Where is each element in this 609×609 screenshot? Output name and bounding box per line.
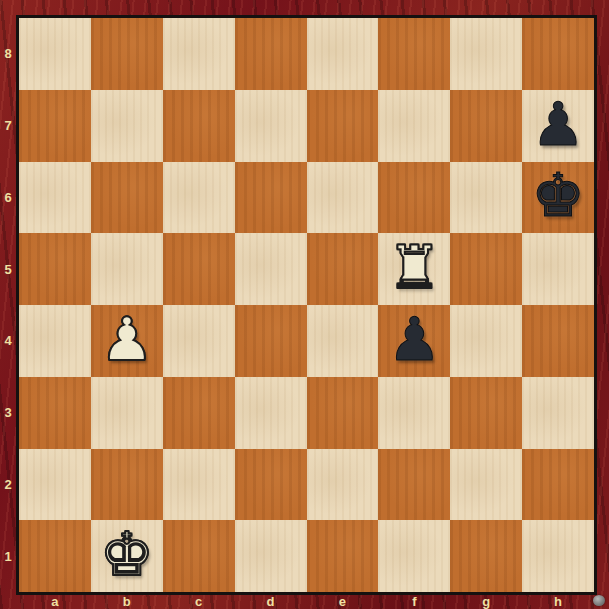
file-label-f: f — [378, 593, 450, 609]
square-c6[interactable] — [163, 162, 235, 234]
rank-label-8: 8 — [0, 18, 16, 90]
file-label-h: h — [522, 593, 594, 609]
rank-labels: 87654321 — [0, 18, 16, 592]
square-b2[interactable] — [91, 449, 163, 521]
square-h8[interactable] — [522, 18, 594, 90]
square-g8[interactable] — [450, 18, 522, 90]
rank-label-1: 1 — [0, 520, 16, 592]
square-d2[interactable] — [235, 449, 307, 521]
rank-label-4: 4 — [0, 305, 16, 377]
square-e1[interactable] — [307, 520, 379, 592]
file-label-c: c — [163, 593, 235, 609]
square-e5[interactable] — [307, 233, 379, 305]
square-b1[interactable]: ♚ — [91, 520, 163, 592]
square-f4[interactable]: ♟ — [378, 305, 450, 377]
square-g5[interactable] — [450, 233, 522, 305]
rank-label-7: 7 — [0, 90, 16, 162]
rank-label-5: 5 — [0, 233, 16, 305]
square-c8[interactable] — [163, 18, 235, 90]
square-g7[interactable] — [450, 90, 522, 162]
file-label-g: g — [450, 593, 522, 609]
square-d4[interactable] — [235, 305, 307, 377]
square-f1[interactable] — [378, 520, 450, 592]
square-f2[interactable] — [378, 449, 450, 521]
square-a1[interactable] — [19, 520, 91, 592]
square-h1[interactable] — [522, 520, 594, 592]
square-h6[interactable]: ♚ — [522, 162, 594, 234]
square-b6[interactable] — [91, 162, 163, 234]
square-g4[interactable] — [450, 305, 522, 377]
white-rook-f5[interactable]: ♜ — [387, 237, 441, 297]
square-a8[interactable] — [19, 18, 91, 90]
black-pawn-h7[interactable]: ♟ — [531, 94, 585, 154]
square-b8[interactable] — [91, 18, 163, 90]
square-b7[interactable] — [91, 90, 163, 162]
square-h5[interactable] — [522, 233, 594, 305]
square-c1[interactable] — [163, 520, 235, 592]
square-e3[interactable] — [307, 377, 379, 449]
black-king-h6[interactable]: ♚ — [531, 165, 585, 225]
square-h7[interactable]: ♟ — [522, 90, 594, 162]
rank-label-3: 3 — [0, 377, 16, 449]
square-d3[interactable] — [235, 377, 307, 449]
square-d8[interactable] — [235, 18, 307, 90]
file-labels: abcdefgh — [19, 593, 594, 609]
square-f5[interactable]: ♜ — [378, 233, 450, 305]
file-label-e: e — [307, 593, 379, 609]
square-f7[interactable] — [378, 90, 450, 162]
file-label-a: a — [19, 593, 91, 609]
black-pawn-f4[interactable]: ♟ — [387, 309, 441, 369]
square-h4[interactable] — [522, 305, 594, 377]
square-g6[interactable] — [450, 162, 522, 234]
square-c3[interactable] — [163, 377, 235, 449]
square-b4[interactable]: ♟ — [91, 305, 163, 377]
square-c7[interactable] — [163, 90, 235, 162]
rank-label-6: 6 — [0, 162, 16, 234]
chess-board-window: ♟♚♜♟♟♚ 87654321 abcdefgh — [0, 0, 609, 609]
square-c4[interactable] — [163, 305, 235, 377]
square-g2[interactable] — [450, 449, 522, 521]
square-a5[interactable] — [19, 233, 91, 305]
white-pawn-b4[interactable]: ♟ — [100, 309, 154, 369]
corner-grip-dot — [593, 595, 605, 606]
square-f3[interactable] — [378, 377, 450, 449]
square-h3[interactable] — [522, 377, 594, 449]
square-a6[interactable] — [19, 162, 91, 234]
square-b5[interactable] — [91, 233, 163, 305]
square-b3[interactable] — [91, 377, 163, 449]
square-e2[interactable] — [307, 449, 379, 521]
file-label-d: d — [235, 593, 307, 609]
square-c5[interactable] — [163, 233, 235, 305]
square-a3[interactable] — [19, 377, 91, 449]
file-label-b: b — [91, 593, 163, 609]
chess-board: ♟♚♜♟♟♚ — [16, 15, 597, 595]
square-a4[interactable] — [19, 305, 91, 377]
square-c2[interactable] — [163, 449, 235, 521]
square-f8[interactable] — [378, 18, 450, 90]
square-e4[interactable] — [307, 305, 379, 377]
square-d6[interactable] — [235, 162, 307, 234]
white-king-b1[interactable]: ♚ — [100, 524, 154, 584]
square-d7[interactable] — [235, 90, 307, 162]
square-e8[interactable] — [307, 18, 379, 90]
square-e7[interactable] — [307, 90, 379, 162]
square-e6[interactable] — [307, 162, 379, 234]
square-f6[interactable] — [378, 162, 450, 234]
square-a7[interactable] — [19, 90, 91, 162]
square-g1[interactable] — [450, 520, 522, 592]
square-a2[interactable] — [19, 449, 91, 521]
square-h2[interactable] — [522, 449, 594, 521]
square-d1[interactable] — [235, 520, 307, 592]
square-d5[interactable] — [235, 233, 307, 305]
square-g3[interactable] — [450, 377, 522, 449]
rank-label-2: 2 — [0, 449, 16, 521]
